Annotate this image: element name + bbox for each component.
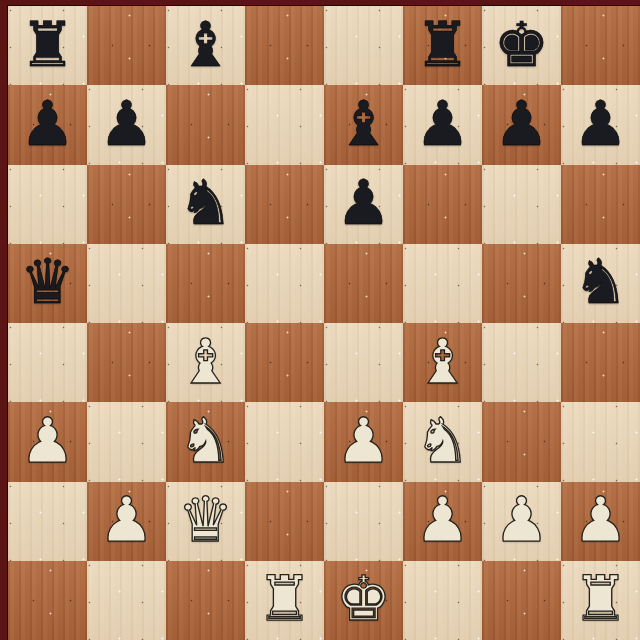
square-e3[interactable]: ♟ — [324, 402, 403, 481]
square-f8[interactable]: ♜ — [403, 6, 482, 85]
square-d7[interactable] — [245, 85, 324, 164]
square-h1[interactable]: ♜ — [561, 561, 640, 640]
black-bishop-icon: ♝ — [336, 93, 392, 155]
square-g4[interactable] — [482, 323, 561, 402]
square-h8[interactable] — [561, 6, 640, 85]
white-pawn-icon: ♟ — [573, 489, 629, 551]
square-c7[interactable] — [166, 85, 245, 164]
square-e8[interactable] — [324, 6, 403, 85]
black-pawn-icon: ♟ — [20, 93, 76, 155]
square-h4[interactable] — [561, 323, 640, 402]
white-rook-icon: ♜ — [257, 568, 313, 630]
black-pawn-icon: ♟ — [494, 93, 550, 155]
square-c6[interactable]: ♞ — [166, 165, 245, 244]
square-a3[interactable]: ♟ — [8, 402, 87, 481]
square-a1[interactable] — [8, 561, 87, 640]
square-e2[interactable] — [324, 482, 403, 561]
black-pawn-icon: ♟ — [336, 172, 392, 234]
square-d5[interactable] — [245, 244, 324, 323]
square-c5[interactable] — [166, 244, 245, 323]
square-f3[interactable]: ♞ — [403, 402, 482, 481]
square-f6[interactable] — [403, 165, 482, 244]
white-knight-icon: ♞ — [178, 410, 234, 472]
square-c8[interactable]: ♝ — [166, 6, 245, 85]
chessboard: ♜♝♜♚♟♟♝♟♟♟♞♟♛♞♝♝♟♞♟♞♟♛♟♟♟♜♚♜ — [7, 5, 640, 640]
square-g6[interactable] — [482, 165, 561, 244]
black-pawn-icon: ♟ — [573, 93, 629, 155]
white-pawn-icon: ♟ — [494, 489, 550, 551]
square-e1[interactable]: ♚ — [324, 561, 403, 640]
square-e4[interactable] — [324, 323, 403, 402]
white-bishop-icon: ♝ — [178, 331, 234, 393]
square-e7[interactable]: ♝ — [324, 85, 403, 164]
square-e5[interactable] — [324, 244, 403, 323]
square-c2[interactable]: ♛ — [166, 482, 245, 561]
square-f1[interactable] — [403, 561, 482, 640]
black-pawn-icon: ♟ — [99, 93, 155, 155]
square-d6[interactable] — [245, 165, 324, 244]
white-knight-icon: ♞ — [415, 410, 471, 472]
white-king-icon: ♚ — [336, 568, 392, 630]
white-pawn-icon: ♟ — [99, 489, 155, 551]
square-a5[interactable]: ♛ — [8, 244, 87, 323]
square-g5[interactable] — [482, 244, 561, 323]
square-a7[interactable]: ♟ — [8, 85, 87, 164]
square-b5[interactable] — [87, 244, 166, 323]
white-pawn-icon: ♟ — [336, 410, 392, 472]
square-b6[interactable] — [87, 165, 166, 244]
square-h2[interactable]: ♟ — [561, 482, 640, 561]
black-bishop-icon: ♝ — [178, 14, 234, 76]
square-g3[interactable] — [482, 402, 561, 481]
black-king-icon: ♚ — [494, 14, 550, 76]
square-g2[interactable]: ♟ — [482, 482, 561, 561]
black-knight-icon: ♞ — [573, 251, 629, 313]
square-d8[interactable] — [245, 6, 324, 85]
white-pawn-icon: ♟ — [20, 410, 76, 472]
square-f7[interactable]: ♟ — [403, 85, 482, 164]
square-g7[interactable]: ♟ — [482, 85, 561, 164]
square-f4[interactable]: ♝ — [403, 323, 482, 402]
square-b1[interactable] — [87, 561, 166, 640]
square-b2[interactable]: ♟ — [87, 482, 166, 561]
square-e6[interactable]: ♟ — [324, 165, 403, 244]
black-rook-icon: ♜ — [415, 14, 471, 76]
square-h6[interactable] — [561, 165, 640, 244]
square-a6[interactable] — [8, 165, 87, 244]
black-queen-icon: ♛ — [20, 251, 76, 313]
black-pawn-icon: ♟ — [415, 93, 471, 155]
square-b3[interactable] — [87, 402, 166, 481]
square-d2[interactable] — [245, 482, 324, 561]
square-h3[interactable] — [561, 402, 640, 481]
square-g1[interactable] — [482, 561, 561, 640]
square-b4[interactable] — [87, 323, 166, 402]
white-pawn-icon: ♟ — [415, 489, 471, 551]
square-c1[interactable] — [166, 561, 245, 640]
square-d1[interactable]: ♜ — [245, 561, 324, 640]
square-c4[interactable]: ♝ — [166, 323, 245, 402]
square-f5[interactable] — [403, 244, 482, 323]
white-rook-icon: ♜ — [573, 568, 629, 630]
square-d3[interactable] — [245, 402, 324, 481]
square-f2[interactable]: ♟ — [403, 482, 482, 561]
square-b8[interactable] — [87, 6, 166, 85]
square-a4[interactable] — [8, 323, 87, 402]
square-a2[interactable] — [8, 482, 87, 561]
square-h7[interactable]: ♟ — [561, 85, 640, 164]
chessboard-frame: ♜♝♜♚♟♟♝♟♟♟♞♟♛♞♝♝♟♞♟♞♟♛♟♟♟♜♚♜ — [0, 0, 640, 640]
white-queen-icon: ♛ — [178, 489, 234, 551]
square-d4[interactable] — [245, 323, 324, 402]
white-bishop-icon: ♝ — [415, 331, 471, 393]
square-h5[interactable]: ♞ — [561, 244, 640, 323]
square-g8[interactable]: ♚ — [482, 6, 561, 85]
square-c3[interactable]: ♞ — [166, 402, 245, 481]
black-rook-icon: ♜ — [20, 14, 76, 76]
square-b7[interactable]: ♟ — [87, 85, 166, 164]
square-a8[interactable]: ♜ — [8, 6, 87, 85]
black-knight-icon: ♞ — [178, 172, 234, 234]
